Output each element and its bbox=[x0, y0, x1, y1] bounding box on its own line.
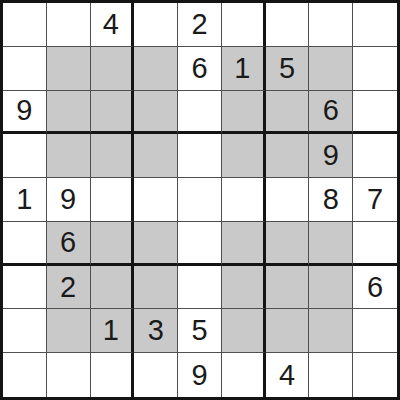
cell-r1c1[interactable] bbox=[3, 3, 47, 47]
cell-r4c5[interactable] bbox=[178, 134, 222, 178]
cell-r5c7[interactable] bbox=[266, 178, 310, 222]
cell-r3c3[interactable] bbox=[91, 91, 135, 135]
cell-r7c6[interactable] bbox=[222, 266, 266, 310]
cell-r2c5[interactable]: 6 bbox=[178, 47, 222, 91]
cell-r6c6[interactable] bbox=[222, 222, 266, 266]
cell-r8c7[interactable] bbox=[266, 309, 310, 353]
cell-r5c1[interactable]: 1 bbox=[3, 178, 47, 222]
cell-r4c3[interactable] bbox=[91, 134, 135, 178]
cell-r1c4[interactable] bbox=[134, 3, 178, 47]
cell-r7c1[interactable] bbox=[3, 266, 47, 310]
cell-r4c1[interactable] bbox=[3, 134, 47, 178]
cell-r8c4[interactable]: 3 bbox=[134, 309, 178, 353]
cell-r9c2[interactable] bbox=[47, 353, 91, 397]
cell-r4c6[interactable] bbox=[222, 134, 266, 178]
cell-r5c5[interactable] bbox=[178, 178, 222, 222]
cell-r1c5[interactable]: 2 bbox=[178, 3, 222, 47]
cell-r4c8[interactable]: 9 bbox=[309, 134, 353, 178]
cell-r2c1[interactable] bbox=[3, 47, 47, 91]
cell-r8c5[interactable]: 5 bbox=[178, 309, 222, 353]
cell-r8c3[interactable]: 1 bbox=[91, 309, 135, 353]
cell-r6c9[interactable] bbox=[353, 222, 397, 266]
cell-r6c7[interactable] bbox=[266, 222, 310, 266]
cell-r6c3[interactable] bbox=[91, 222, 135, 266]
cell-r8c8[interactable] bbox=[309, 309, 353, 353]
cell-r6c1[interactable] bbox=[3, 222, 47, 266]
cell-r6c4[interactable] bbox=[134, 222, 178, 266]
cell-r1c3[interactable]: 4 bbox=[91, 3, 135, 47]
cell-r1c9[interactable] bbox=[353, 3, 397, 47]
cell-r3c7[interactable] bbox=[266, 91, 310, 135]
cell-r2c9[interactable] bbox=[353, 47, 397, 91]
cell-r9c9[interactable] bbox=[353, 353, 397, 397]
cell-r2c8[interactable] bbox=[309, 47, 353, 91]
cell-r8c2[interactable] bbox=[47, 309, 91, 353]
cell-r7c8[interactable] bbox=[309, 266, 353, 310]
cell-r1c8[interactable] bbox=[309, 3, 353, 47]
cell-r1c6[interactable] bbox=[222, 3, 266, 47]
cell-r7c5[interactable] bbox=[178, 266, 222, 310]
cell-r6c5[interactable] bbox=[178, 222, 222, 266]
cell-r5c9[interactable]: 7 bbox=[353, 178, 397, 222]
cell-r4c9[interactable] bbox=[353, 134, 397, 178]
cell-r8c9[interactable] bbox=[353, 309, 397, 353]
cell-r4c4[interactable] bbox=[134, 134, 178, 178]
cell-r7c4[interactable] bbox=[134, 266, 178, 310]
cell-r3c8[interactable]: 6 bbox=[309, 91, 353, 135]
cell-r2c7[interactable]: 5 bbox=[266, 47, 310, 91]
cell-r9c1[interactable] bbox=[3, 353, 47, 397]
cell-r7c7[interactable] bbox=[266, 266, 310, 310]
cell-r3c9[interactable] bbox=[353, 91, 397, 135]
sudoku-board: 42615969198762613594 bbox=[0, 0, 400, 400]
cell-r3c2[interactable] bbox=[47, 91, 91, 135]
cell-r9c3[interactable] bbox=[91, 353, 135, 397]
cell-r2c3[interactable] bbox=[91, 47, 135, 91]
cell-r7c3[interactable] bbox=[91, 266, 135, 310]
cell-r5c6[interactable] bbox=[222, 178, 266, 222]
cell-r9c5[interactable]: 9 bbox=[178, 353, 222, 397]
cell-r5c2[interactable]: 9 bbox=[47, 178, 91, 222]
cell-r8c6[interactable] bbox=[222, 309, 266, 353]
cell-r8c1[interactable] bbox=[3, 309, 47, 353]
cell-r4c7[interactable] bbox=[266, 134, 310, 178]
cell-r9c8[interactable] bbox=[309, 353, 353, 397]
cell-r3c5[interactable] bbox=[178, 91, 222, 135]
cell-r9c4[interactable] bbox=[134, 353, 178, 397]
cell-r2c4[interactable] bbox=[134, 47, 178, 91]
cell-r2c2[interactable] bbox=[47, 47, 91, 91]
cell-r3c6[interactable] bbox=[222, 91, 266, 135]
cell-r4c2[interactable] bbox=[47, 134, 91, 178]
cell-r7c2[interactable]: 2 bbox=[47, 266, 91, 310]
cell-r9c7[interactable]: 4 bbox=[266, 353, 310, 397]
cell-r1c2[interactable] bbox=[47, 3, 91, 47]
cell-r6c8[interactable] bbox=[309, 222, 353, 266]
cell-r3c4[interactable] bbox=[134, 91, 178, 135]
cell-r3c1[interactable]: 9 bbox=[3, 91, 47, 135]
cell-r5c4[interactable] bbox=[134, 178, 178, 222]
cell-r2c6[interactable]: 1 bbox=[222, 47, 266, 91]
cell-r5c3[interactable] bbox=[91, 178, 135, 222]
cell-r6c2[interactable]: 6 bbox=[47, 222, 91, 266]
cell-r9c6[interactable] bbox=[222, 353, 266, 397]
cell-r5c8[interactable]: 8 bbox=[309, 178, 353, 222]
cell-r1c7[interactable] bbox=[266, 3, 310, 47]
cell-r7c9[interactable]: 6 bbox=[353, 266, 397, 310]
